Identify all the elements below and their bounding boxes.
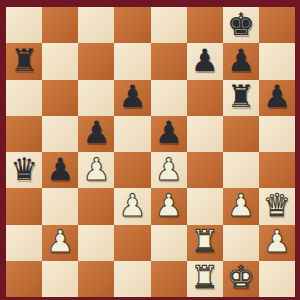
black-pawn[interactable]: ♟ xyxy=(191,45,219,76)
square-b8[interactable] xyxy=(42,7,78,43)
black-pawn[interactable]: ♟ xyxy=(119,81,147,112)
black-pawn[interactable]: ♟ xyxy=(227,45,255,76)
square-c6[interactable] xyxy=(78,80,114,116)
square-d1[interactable] xyxy=(114,261,150,297)
square-f3[interactable] xyxy=(187,188,223,224)
square-f2[interactable]: ♜ xyxy=(187,225,223,261)
square-h6[interactable]: ♟ xyxy=(259,80,295,116)
square-d7[interactable] xyxy=(114,43,150,79)
square-d4[interactable] xyxy=(114,152,150,188)
white-pawn[interactable]: ♟ xyxy=(119,190,147,221)
square-h4[interactable] xyxy=(259,152,295,188)
square-d5[interactable] xyxy=(114,116,150,152)
black-pawn[interactable]: ♟ xyxy=(82,117,110,148)
square-b1[interactable] xyxy=(42,261,78,297)
square-f4[interactable] xyxy=(187,152,223,188)
white-rook[interactable]: ♜ xyxy=(191,262,219,293)
square-c4[interactable]: ♟ xyxy=(78,152,114,188)
square-g1[interactable]: ♚ xyxy=(223,261,259,297)
square-h3[interactable]: ♛ xyxy=(259,188,295,224)
square-f6[interactable] xyxy=(187,80,223,116)
square-g7[interactable]: ♟ xyxy=(223,43,259,79)
black-king[interactable]: ♚ xyxy=(227,9,255,40)
square-a3[interactable] xyxy=(6,188,42,224)
square-a4[interactable]: ♛ xyxy=(6,152,42,188)
black-rook[interactable]: ♜ xyxy=(10,45,38,76)
square-b6[interactable] xyxy=(42,80,78,116)
black-rook[interactable]: ♜ xyxy=(227,81,255,112)
square-f8[interactable] xyxy=(187,7,223,43)
square-d2[interactable] xyxy=(114,225,150,261)
chess-board: ♚♜♟♟♟♜♟♟♟♛♟♟♟♟♟♟♛♟♜♟♜♚ xyxy=(6,7,295,297)
black-pawn[interactable]: ♟ xyxy=(46,154,74,185)
square-a7[interactable]: ♜ xyxy=(6,43,42,79)
black-pawn[interactable]: ♟ xyxy=(263,81,291,112)
square-a2[interactable] xyxy=(6,225,42,261)
square-e8[interactable] xyxy=(151,7,187,43)
square-b3[interactable] xyxy=(42,188,78,224)
square-c3[interactable] xyxy=(78,188,114,224)
white-rook[interactable]: ♜ xyxy=(191,226,219,257)
square-e5[interactable]: ♟ xyxy=(151,116,187,152)
square-c8[interactable] xyxy=(78,7,114,43)
white-king[interactable]: ♚ xyxy=(227,262,255,293)
square-b4[interactable]: ♟ xyxy=(42,152,78,188)
white-pawn[interactable]: ♟ xyxy=(46,226,74,257)
white-pawn[interactable]: ♟ xyxy=(155,154,183,185)
square-a5[interactable] xyxy=(6,116,42,152)
square-e4[interactable]: ♟ xyxy=(151,152,187,188)
square-c7[interactable] xyxy=(78,43,114,79)
square-c2[interactable] xyxy=(78,225,114,261)
white-queen[interactable]: ♛ xyxy=(263,190,291,221)
black-pawn[interactable]: ♟ xyxy=(155,117,183,148)
square-g5[interactable] xyxy=(223,116,259,152)
square-a8[interactable] xyxy=(6,7,42,43)
square-h8[interactable] xyxy=(259,7,295,43)
square-e2[interactable] xyxy=(151,225,187,261)
white-pawn[interactable]: ♟ xyxy=(155,190,183,221)
square-g6[interactable]: ♜ xyxy=(223,80,259,116)
white-pawn[interactable]: ♟ xyxy=(263,226,291,257)
square-h1[interactable] xyxy=(259,261,295,297)
square-f5[interactable] xyxy=(187,116,223,152)
square-f1[interactable]: ♜ xyxy=(187,261,223,297)
square-d8[interactable] xyxy=(114,7,150,43)
square-e7[interactable] xyxy=(151,43,187,79)
square-e3[interactable]: ♟ xyxy=(151,188,187,224)
square-b5[interactable] xyxy=(42,116,78,152)
square-d6[interactable]: ♟ xyxy=(114,80,150,116)
square-b7[interactable] xyxy=(42,43,78,79)
square-c5[interactable]: ♟ xyxy=(78,116,114,152)
square-g3[interactable]: ♟ xyxy=(223,188,259,224)
white-pawn[interactable]: ♟ xyxy=(227,190,255,221)
square-g4[interactable] xyxy=(223,152,259,188)
square-a6[interactable] xyxy=(6,80,42,116)
square-d3[interactable]: ♟ xyxy=(114,188,150,224)
square-g8[interactable]: ♚ xyxy=(223,7,259,43)
square-h7[interactable] xyxy=(259,43,295,79)
board-frame: ♚♜♟♟♟♜♟♟♟♛♟♟♟♟♟♟♛♟♜♟♜♚ xyxy=(0,0,300,300)
square-b2[interactable]: ♟ xyxy=(42,225,78,261)
square-f7[interactable]: ♟ xyxy=(187,43,223,79)
white-pawn[interactable]: ♟ xyxy=(82,154,110,185)
square-g2[interactable] xyxy=(223,225,259,261)
square-h2[interactable]: ♟ xyxy=(259,225,295,261)
square-a1[interactable] xyxy=(6,261,42,297)
black-queen[interactable]: ♛ xyxy=(10,154,38,185)
square-c1[interactable] xyxy=(78,261,114,297)
square-e1[interactable] xyxy=(151,261,187,297)
square-e6[interactable] xyxy=(151,80,187,116)
square-h5[interactable] xyxy=(259,116,295,152)
